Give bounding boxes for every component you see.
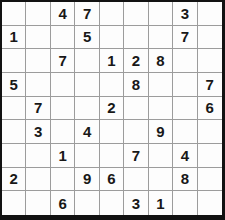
cell-r7c1[interactable] [2, 144, 26, 168]
cell-r5c1[interactable] [2, 97, 26, 121]
cell-r7c3: 1 [51, 144, 75, 168]
cell-r1c3: 4 [51, 2, 75, 26]
cell-r1c2[interactable] [26, 2, 50, 26]
cell-r9c4[interactable] [75, 191, 99, 215]
cell-r8c7[interactable] [149, 168, 173, 192]
cell-r4c2[interactable] [26, 73, 50, 97]
cell-r2c7[interactable] [149, 26, 173, 50]
cell-r2c1: 1 [2, 26, 26, 50]
cell-r6c8[interactable] [173, 120, 197, 144]
cell-r6c6[interactable] [124, 120, 148, 144]
cell-r1c9[interactable] [198, 2, 222, 26]
cell-r5c4[interactable] [75, 97, 99, 121]
cell-r8c2[interactable] [26, 168, 50, 192]
cell-r4c9: 7 [198, 73, 222, 97]
cell-r6c5[interactable] [100, 120, 124, 144]
cell-r2c8: 7 [173, 26, 197, 50]
cell-r6c3[interactable] [51, 120, 75, 144]
cell-r2c5[interactable] [100, 26, 124, 50]
cell-r8c8: 8 [173, 168, 197, 192]
cell-r2c9[interactable] [198, 26, 222, 50]
cell-r9c6: 3 [124, 191, 148, 215]
cell-r6c7: 9 [149, 120, 173, 144]
cell-r7c2[interactable] [26, 144, 50, 168]
sudoku-board: 47315771285877263491742968631 [0, 0, 225, 220]
cell-r3c4[interactable] [75, 49, 99, 73]
cell-r4c1: 5 [2, 73, 26, 97]
cell-r6c4: 4 [75, 120, 99, 144]
cell-r3c9[interactable] [198, 49, 222, 73]
cell-r3c3: 7 [51, 49, 75, 73]
cell-r1c4: 7 [75, 2, 99, 26]
cell-r5c6[interactable] [124, 97, 148, 121]
cell-r1c6[interactable] [124, 2, 148, 26]
cell-r9c8[interactable] [173, 191, 197, 215]
cell-r8c5: 6 [100, 168, 124, 192]
cell-r8c1: 2 [2, 168, 26, 192]
cell-r4c7[interactable] [149, 73, 173, 97]
cell-r5c7[interactable] [149, 97, 173, 121]
cell-r7c5[interactable] [100, 144, 124, 168]
cell-r8c4: 9 [75, 168, 99, 192]
cell-r9c5[interactable] [100, 191, 124, 215]
cell-r1c5[interactable] [100, 2, 124, 26]
cell-r3c2[interactable] [26, 49, 50, 73]
cell-r3c8[interactable] [173, 49, 197, 73]
cell-r7c9[interactable] [198, 144, 222, 168]
cell-r7c8: 4 [173, 144, 197, 168]
cell-r3c6: 2 [124, 49, 148, 73]
cell-r9c9[interactable] [198, 191, 222, 215]
cell-r7c7[interactable] [149, 144, 173, 168]
cell-r8c6[interactable] [124, 168, 148, 192]
cell-r2c4: 5 [75, 26, 99, 50]
cell-r5c5: 2 [100, 97, 124, 121]
cell-r4c6: 8 [124, 73, 148, 97]
cell-r7c6: 7 [124, 144, 148, 168]
cell-r2c3[interactable] [51, 26, 75, 50]
cell-r1c1[interactable] [2, 2, 26, 26]
cell-r5c2: 7 [26, 97, 50, 121]
cell-r2c2[interactable] [26, 26, 50, 50]
cell-r2c6[interactable] [124, 26, 148, 50]
cell-r9c2[interactable] [26, 191, 50, 215]
cell-r8c9[interactable] [198, 168, 222, 192]
cell-r4c3[interactable] [51, 73, 75, 97]
cell-r3c1[interactable] [2, 49, 26, 73]
cell-r4c8[interactable] [173, 73, 197, 97]
cell-r9c7: 1 [149, 191, 173, 215]
cell-r6c2: 3 [26, 120, 50, 144]
cell-r4c4[interactable] [75, 73, 99, 97]
cell-r6c9[interactable] [198, 120, 222, 144]
cell-r9c1[interactable] [2, 191, 26, 215]
cell-r9c3: 6 [51, 191, 75, 215]
cell-r5c8[interactable] [173, 97, 197, 121]
cell-r6c1[interactable] [2, 120, 26, 144]
cell-r1c8: 3 [173, 2, 197, 26]
cell-r8c3[interactable] [51, 168, 75, 192]
cell-r7c4[interactable] [75, 144, 99, 168]
cell-r3c7: 8 [149, 49, 173, 73]
cell-r3c5: 1 [100, 49, 124, 73]
cell-r1c7[interactable] [149, 2, 173, 26]
cell-r4c5[interactable] [100, 73, 124, 97]
cell-r5c3[interactable] [51, 97, 75, 121]
cell-r5c9: 6 [198, 97, 222, 121]
